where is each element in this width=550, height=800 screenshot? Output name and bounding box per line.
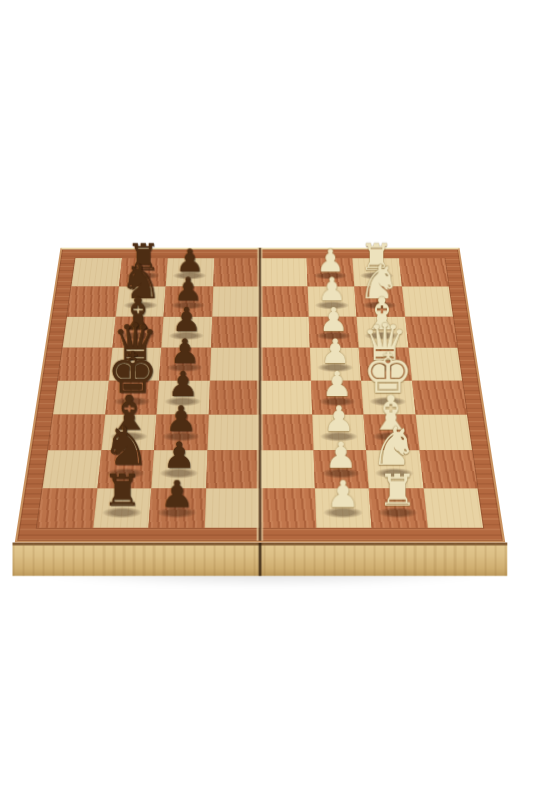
square-r1c4[interactable] — [213, 258, 260, 286]
chess-board: ♜♟♟♜♞♟♟♞♝♟♟♝♛♟♟♛♚♟♟♚♝♟♟♝♞♟♟♞♜♟♟♜ — [15, 248, 506, 543]
square-r5c1[interactable] — [53, 380, 108, 414]
square-r4c4[interactable] — [209, 348, 260, 381]
square-r8c1[interactable] — [37, 488, 97, 528]
board-squares: ♜♟♟♜♞♟♟♞♝♟♟♝♛♟♟♛♚♟♟♚♝♟♟♝♞♟♟♞♜♟♟♜ — [37, 258, 483, 528]
dark-pawn[interactable]: ♟ — [166, 401, 198, 436]
square-r2c1[interactable] — [67, 287, 118, 317]
light-pawn[interactable]: ♟ — [320, 334, 350, 368]
square-r6c1[interactable] — [48, 415, 105, 451]
square-r4c8[interactable] — [408, 348, 462, 381]
square-r1c5[interactable] — [260, 258, 307, 286]
dark-rook[interactable]: ♜ — [103, 469, 142, 513]
square-r8c7[interactable]: ♜ — [369, 488, 428, 528]
square-r3c4[interactable] — [211, 317, 260, 348]
board-frame: ♜♟♟♜♞♟♟♞♝♟♟♝♛♟♟♛♚♟♟♚♝♟♟♝♞♟♟♞♜♟♟♜ — [15, 248, 506, 543]
light-pawn[interactable]: ♟ — [324, 437, 356, 473]
square-r5c5[interactable] — [260, 380, 312, 414]
square-r5c4[interactable] — [208, 380, 260, 414]
square-r7c8[interactable] — [419, 450, 477, 488]
square-r1c8[interactable] — [398, 258, 448, 286]
square-r7c5[interactable] — [260, 450, 314, 488]
light-rook[interactable]: ♜ — [378, 469, 417, 513]
light-pawn[interactable]: ♟ — [323, 401, 355, 436]
dark-pawn[interactable]: ♟ — [168, 367, 199, 401]
square-r4c5[interactable] — [260, 348, 311, 381]
square-r4c1[interactable] — [58, 348, 112, 381]
square-r2c4[interactable] — [212, 287, 260, 317]
dark-pawn[interactable]: ♟ — [170, 334, 200, 368]
square-r6c4[interactable] — [207, 415, 260, 451]
square-r8c6[interactable]: ♟ — [314, 488, 371, 528]
square-r2c5[interactable] — [260, 287, 308, 317]
square-r8c2[interactable]: ♜ — [93, 488, 152, 528]
box-front-side — [13, 543, 508, 576]
dark-pawn[interactable]: ♟ — [163, 437, 195, 473]
square-r8c4[interactable] — [204, 488, 260, 528]
product-photo-scene: ♜♟♟♜♞♟♟♞♝♟♟♝♛♟♟♛♚♟♟♚♝♟♟♝♞♟♟♞♜♟♟♜ — [0, 0, 550, 800]
square-r6c5[interactable] — [260, 415, 313, 451]
square-r1c1[interactable] — [71, 258, 121, 286]
square-r3c5[interactable] — [260, 317, 309, 348]
square-r6c8[interactable] — [415, 415, 472, 451]
light-pawn[interactable]: ♟ — [326, 475, 359, 512]
square-r8c8[interactable] — [423, 488, 483, 528]
square-r7c4[interactable] — [206, 450, 260, 488]
dark-pawn[interactable]: ♟ — [161, 475, 194, 512]
square-r2c8[interactable] — [402, 287, 453, 317]
square-r8c5[interactable] — [260, 488, 316, 528]
square-r5c8[interactable] — [412, 380, 467, 414]
square-r7c1[interactable] — [43, 450, 101, 488]
light-pawn[interactable]: ♟ — [321, 367, 352, 401]
square-r8c3[interactable]: ♟ — [148, 488, 205, 528]
